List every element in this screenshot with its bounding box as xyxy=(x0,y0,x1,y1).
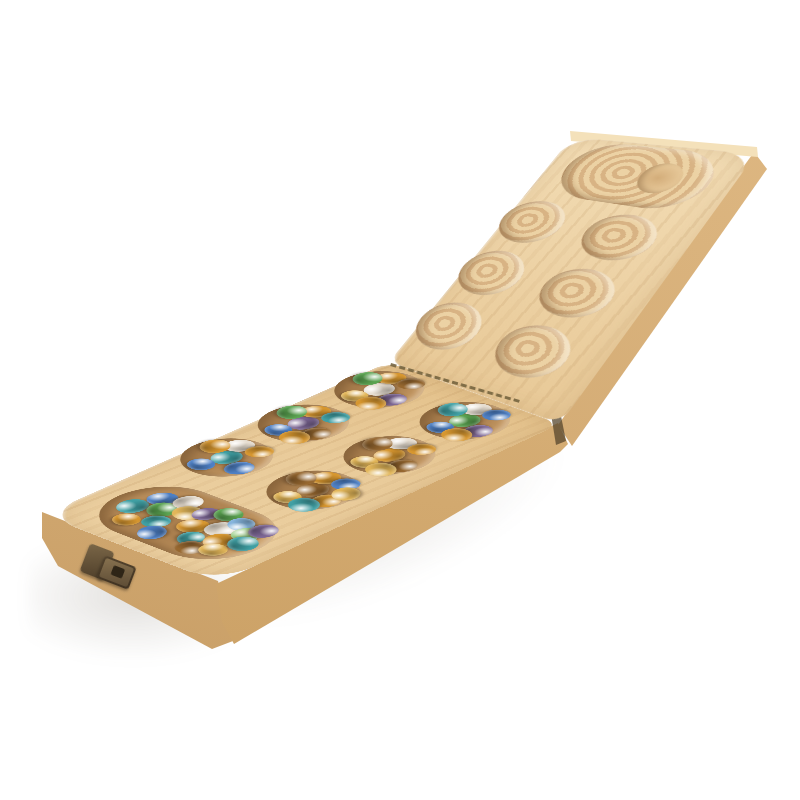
pit-b5[interactable] xyxy=(527,263,628,325)
mancala-board-scene xyxy=(0,0,800,800)
pit-b4[interactable] xyxy=(482,318,584,386)
glass-gem-amber xyxy=(405,443,438,455)
pit-a6[interactable] xyxy=(487,197,577,248)
pit-a1[interactable] xyxy=(161,431,292,485)
pit-b6[interactable] xyxy=(569,210,670,266)
glass-gem-bronze xyxy=(395,378,427,390)
pit-a5[interactable] xyxy=(447,246,537,301)
glass-gem-amber xyxy=(243,446,277,458)
glass-gem-blue xyxy=(480,409,512,421)
pit-b1[interactable] xyxy=(247,463,378,518)
glass-gem-blue xyxy=(133,525,170,540)
pit-a4[interactable] xyxy=(404,296,494,357)
glass-gem-teal xyxy=(319,412,352,424)
store-far[interactable] xyxy=(545,141,730,215)
